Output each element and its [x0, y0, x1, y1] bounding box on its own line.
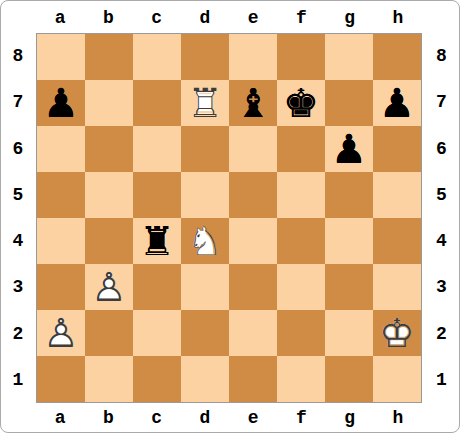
square-f7[interactable]: ♚♚: [277, 80, 325, 126]
square-g7[interactable]: [325, 80, 373, 126]
square-g6[interactable]: ♟♟: [325, 126, 373, 172]
rank-label-8: 8: [422, 33, 460, 79]
square-e3[interactable]: [229, 264, 277, 310]
square-a8[interactable]: [37, 34, 85, 80]
square-a6[interactable]: [37, 126, 85, 172]
square-f6[interactable]: [277, 126, 325, 172]
square-h6[interactable]: [373, 126, 421, 172]
rank-label-4: 4: [1, 218, 35, 264]
square-a1[interactable]: [37, 356, 85, 402]
rank-label-3: 3: [1, 264, 35, 310]
square-c1[interactable]: [133, 356, 181, 402]
square-b1[interactable]: [85, 356, 133, 402]
square-d7[interactable]: ♜♖: [181, 80, 229, 126]
square-g4[interactable]: [325, 218, 373, 264]
square-c6[interactable]: [133, 126, 181, 172]
chess-board: ♟♟♜♖♝♝♚♚♟♟♟♟♜♜♞♘♟♙♟♙♚♔: [36, 33, 422, 403]
square-d4[interactable]: ♞♘: [181, 218, 229, 264]
rank-label-5: 5: [422, 172, 460, 218]
piece-white-knight: ♞♘: [181, 218, 229, 264]
square-c7[interactable]: [133, 80, 181, 126]
rank-label-6: 6: [1, 126, 35, 172]
square-f4[interactable]: [277, 218, 325, 264]
square-a2[interactable]: ♟♙: [37, 310, 85, 356]
square-b8[interactable]: [85, 34, 133, 80]
file-label-c: c: [133, 2, 181, 33]
square-g2[interactable]: [325, 310, 373, 356]
rank-label-6: 6: [422, 126, 460, 172]
square-b4[interactable]: [85, 218, 133, 264]
square-g8[interactable]: [325, 34, 373, 80]
file-label-g: g: [326, 403, 374, 433]
piece-black-pawn: ♟♟: [325, 126, 373, 172]
square-b7[interactable]: [85, 80, 133, 126]
square-h2[interactable]: ♚♔: [373, 310, 421, 356]
square-c8[interactable]: [133, 34, 181, 80]
rank-label-2: 2: [422, 311, 460, 357]
square-h7[interactable]: ♟♟: [373, 80, 421, 126]
piece-black-bishop: ♝♝: [229, 80, 277, 126]
square-f3[interactable]: [277, 264, 325, 310]
square-f5[interactable]: [277, 172, 325, 218]
square-f2[interactable]: [277, 310, 325, 356]
square-a5[interactable]: [37, 172, 85, 218]
rank-label-8: 8: [1, 33, 35, 79]
square-d2[interactable]: [181, 310, 229, 356]
square-g5[interactable]: [325, 172, 373, 218]
square-e2[interactable]: [229, 310, 277, 356]
square-b6[interactable]: [85, 126, 133, 172]
square-f8[interactable]: [277, 34, 325, 80]
piece-black-pawn: ♟♟: [373, 80, 421, 126]
square-d1[interactable]: [181, 356, 229, 402]
square-d6[interactable]: [181, 126, 229, 172]
rank-label-3: 3: [422, 264, 460, 310]
piece-white-pawn: ♟♙: [37, 310, 85, 356]
square-h4[interactable]: [373, 218, 421, 264]
rank-labels-right: 87654321: [422, 33, 460, 403]
square-h8[interactable]: [373, 34, 421, 80]
rank-label-5: 5: [1, 172, 35, 218]
square-a3[interactable]: [37, 264, 85, 310]
file-label-f: f: [277, 403, 325, 433]
square-e8[interactable]: [229, 34, 277, 80]
piece-black-rook: ♜♜: [133, 218, 181, 264]
rank-label-4: 4: [422, 218, 460, 264]
file-labels-top: abcdefgh: [36, 2, 422, 33]
square-g3[interactable]: [325, 264, 373, 310]
square-h5[interactable]: [373, 172, 421, 218]
square-e5[interactable]: [229, 172, 277, 218]
square-e1[interactable]: [229, 356, 277, 402]
piece-white-king: ♚♔: [373, 310, 421, 356]
file-label-c: c: [133, 403, 181, 433]
rank-label-2: 2: [1, 311, 35, 357]
square-a4[interactable]: [37, 218, 85, 264]
square-b2[interactable]: [85, 310, 133, 356]
file-label-a: a: [36, 2, 84, 33]
square-d5[interactable]: [181, 172, 229, 218]
piece-black-king: ♚♚: [277, 80, 325, 126]
rank-label-7: 7: [1, 79, 35, 125]
rank-label-1: 1: [422, 357, 460, 403]
square-c5[interactable]: [133, 172, 181, 218]
square-e4[interactable]: [229, 218, 277, 264]
square-f1[interactable]: [277, 356, 325, 402]
file-label-d: d: [181, 403, 229, 433]
square-b5[interactable]: [85, 172, 133, 218]
file-labels-bottom: abcdefgh: [36, 403, 422, 433]
file-label-a: a: [36, 403, 84, 433]
file-label-b: b: [84, 403, 132, 433]
rank-label-1: 1: [1, 357, 35, 403]
piece-black-pawn: ♟♟: [37, 80, 85, 126]
square-c4[interactable]: ♜♜: [133, 218, 181, 264]
square-e6[interactable]: [229, 126, 277, 172]
square-h3[interactable]: [373, 264, 421, 310]
file-label-e: e: [229, 2, 277, 33]
square-a7[interactable]: ♟♟: [37, 80, 85, 126]
file-label-d: d: [181, 2, 229, 33]
square-h1[interactable]: [373, 356, 421, 402]
square-d8[interactable]: [181, 34, 229, 80]
file-label-g: g: [326, 2, 374, 33]
file-label-e: e: [229, 403, 277, 433]
piece-white-pawn: ♟♙: [85, 264, 133, 310]
square-c3[interactable]: [133, 264, 181, 310]
rank-labels-left: 87654321: [1, 33, 35, 403]
rank-label-7: 7: [422, 79, 460, 125]
piece-white-rook: ♜♖: [181, 80, 229, 126]
file-label-h: h: [374, 403, 422, 433]
square-b3[interactable]: ♟♙: [85, 264, 133, 310]
square-d3[interactable]: [181, 264, 229, 310]
square-g1[interactable]: [325, 356, 373, 402]
square-c2[interactable]: [133, 310, 181, 356]
chess-diagram: abcdefgh 87654321 ♟♟♜♖♝♝♚♚♟♟♟♟♜♜♞♘♟♙♟♙♚♔…: [0, 0, 460, 433]
file-label-f: f: [277, 2, 325, 33]
file-label-b: b: [84, 2, 132, 33]
square-e7[interactable]: ♝♝: [229, 80, 277, 126]
file-label-h: h: [374, 2, 422, 33]
